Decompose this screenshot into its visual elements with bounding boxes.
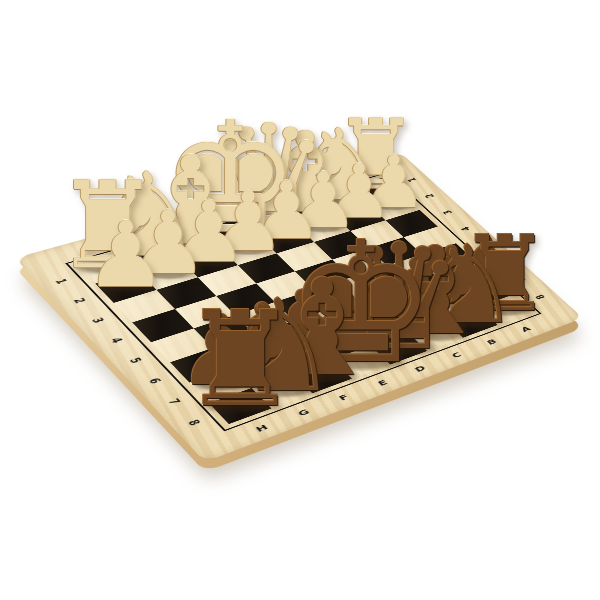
product-photo-scene: 1122334455667788HHGGFFEEDDCCBBAA ♜♞♝♛♚♝♞… xyxy=(0,0,600,600)
pieces-layer: ♜♞♝♛♚♝♞♜♟♟♟♟♟♟♟♟♟♟♟♟♟♟♟♟♜♞♝♛♚♝♞♜ xyxy=(0,0,600,600)
piece-light-pawn-h2: ♟ xyxy=(86,210,167,300)
piece-dark-rook-h8: ♜ xyxy=(181,294,299,426)
pawn-glyph: ♟ xyxy=(86,210,167,300)
rook-glyph: ♜ xyxy=(181,294,299,426)
